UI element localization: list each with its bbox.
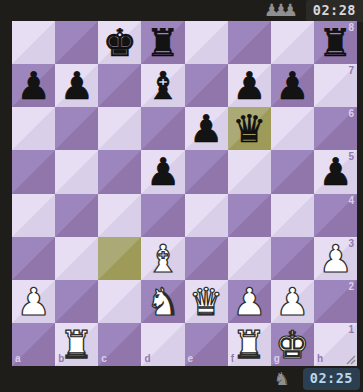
square-d8[interactable]: ♜ [141,21,184,64]
piece-black-pawn[interactable]: ♟ [314,150,357,193]
square-b1[interactable]: ♜b [55,323,98,366]
square-f5[interactable] [228,150,271,193]
file-label-c: c [101,354,107,364]
square-f6[interactable]: ♛ [228,107,271,150]
square-h4[interactable]: 4 [314,194,357,237]
piece-white-rook[interactable]: ♜ [55,323,98,366]
square-c2[interactable] [98,280,141,323]
file-label-d: d [144,354,150,364]
square-f7[interactable]: ♟ [228,64,271,107]
piece-black-pawn[interactable]: ♟ [55,64,98,107]
square-b5[interactable] [55,150,98,193]
piece-white-pawn[interactable]: ♟ [12,280,55,323]
piece-black-pawn[interactable]: ♟ [185,107,228,150]
square-g8[interactable] [271,21,314,64]
piece-white-queen[interactable]: ♛ [185,280,228,323]
square-a7[interactable]: ♟ [12,64,55,107]
file-label-h: h [317,354,323,364]
square-g3[interactable] [271,237,314,280]
rank-label-4: 4 [348,196,354,206]
rank-label-1: 1 [348,325,354,335]
bottom-player-bar: ♞ 02:25 [0,366,363,392]
square-d4[interactable] [141,194,184,237]
bottom-captured-pieces: ♞ [274,370,290,388]
square-d3[interactable]: ♝ [141,237,184,280]
square-a1[interactable]: a [12,323,55,366]
square-h6[interactable]: 6 [314,107,357,150]
square-e3[interactable] [185,237,228,280]
square-f2[interactable]: ♟ [228,280,271,323]
piece-black-rook[interactable]: ♜ [314,21,357,64]
piece-black-rook[interactable]: ♜ [141,21,184,64]
file-label-e: e [188,354,194,364]
square-a4[interactable] [12,194,55,237]
square-c1[interactable]: c [98,323,141,366]
square-e2[interactable]: ♛ [185,280,228,323]
piece-black-pawn[interactable]: ♟ [141,150,184,193]
file-label-a: a [15,354,21,364]
captured-knight-icon: ♞ [274,370,290,388]
square-e7[interactable] [185,64,228,107]
square-g5[interactable] [271,150,314,193]
square-e5[interactable] [185,150,228,193]
square-e8[interactable] [185,21,228,64]
piece-black-pawn[interactable]: ♟ [228,64,271,107]
square-h2[interactable]: 2 [314,280,357,323]
square-a2[interactable]: ♟ [12,280,55,323]
square-h8[interactable]: ♜8 [314,21,357,64]
piece-white-knight[interactable]: ♞ [141,280,184,323]
square-c8[interactable]: ♚ [98,21,141,64]
square-d2[interactable]: ♞ [141,280,184,323]
piece-white-king[interactable]: ♚ [271,323,314,366]
square-b6[interactable] [55,107,98,150]
square-e6[interactable]: ♟ [185,107,228,150]
bottom-clock: 02:25 [303,368,360,390]
piece-white-bishop[interactable]: ♝ [141,237,184,280]
square-c4[interactable] [98,194,141,237]
square-a8[interactable] [12,21,55,64]
rank-label-7: 7 [348,66,354,76]
square-c7[interactable] [98,64,141,107]
square-a6[interactable] [12,107,55,150]
top-captured-pieces: ♟♟♟ [264,2,298,19]
square-d6[interactable] [141,107,184,150]
chess-game-page: { "game": "chess", "position": { "fen": … [0,0,363,392]
square-e1[interactable]: e [185,323,228,366]
square-a3[interactable] [12,237,55,280]
square-h5[interactable]: ♟5 [314,150,357,193]
square-b7[interactable]: ♟ [55,64,98,107]
piece-white-pawn[interactable]: ♟ [228,280,271,323]
square-d5[interactable]: ♟ [141,150,184,193]
square-d1[interactable]: d [141,323,184,366]
piece-black-pawn[interactable]: ♟ [12,64,55,107]
square-f8[interactable] [228,21,271,64]
chess-board: ♚♜♜8♟♟♝♟♟7♟♛6♟♟54♝♟3♟♞♛♟♟2a♜bcde♜f♚g1h [12,21,357,366]
square-e4[interactable] [185,194,228,237]
square-d7[interactable]: ♝ [141,64,184,107]
square-g7[interactable]: ♟ [271,64,314,107]
captured-pawn-icon: ♟ [283,2,298,19]
square-c5[interactable] [98,150,141,193]
square-f4[interactable] [228,194,271,237]
piece-black-queen[interactable]: ♛ [228,107,271,150]
piece-black-king[interactable]: ♚ [98,21,141,64]
square-f1[interactable]: ♜f [228,323,271,366]
square-g4[interactable] [271,194,314,237]
square-b3[interactable] [55,237,98,280]
square-b4[interactable] [55,194,98,237]
square-c6[interactable] [98,107,141,150]
square-a5[interactable] [12,150,55,193]
square-g1[interactable]: ♚g [271,323,314,366]
square-h7[interactable]: 7 [314,64,357,107]
board-resize-handle[interactable] [344,353,356,365]
square-f3[interactable] [228,237,271,280]
piece-white-pawn[interactable]: ♟ [314,237,357,280]
square-b8[interactable] [55,21,98,64]
rank-label-6: 6 [348,109,354,119]
piece-black-bishop[interactable]: ♝ [141,64,184,107]
piece-white-pawn[interactable]: ♟ [271,280,314,323]
top-clock: 02:28 [306,0,363,22]
rank-label-2: 2 [348,282,354,292]
square-c3[interactable] [98,237,141,280]
square-b2[interactable] [55,280,98,323]
square-g2[interactable]: ♟ [271,280,314,323]
square-g6[interactable] [271,107,314,150]
square-h3[interactable]: ♟3 [314,237,357,280]
top-player-bar: ♟♟♟ 02:28 [0,0,363,21]
piece-white-rook[interactable]: ♜ [228,323,271,366]
piece-black-pawn[interactable]: ♟ [271,64,314,107]
